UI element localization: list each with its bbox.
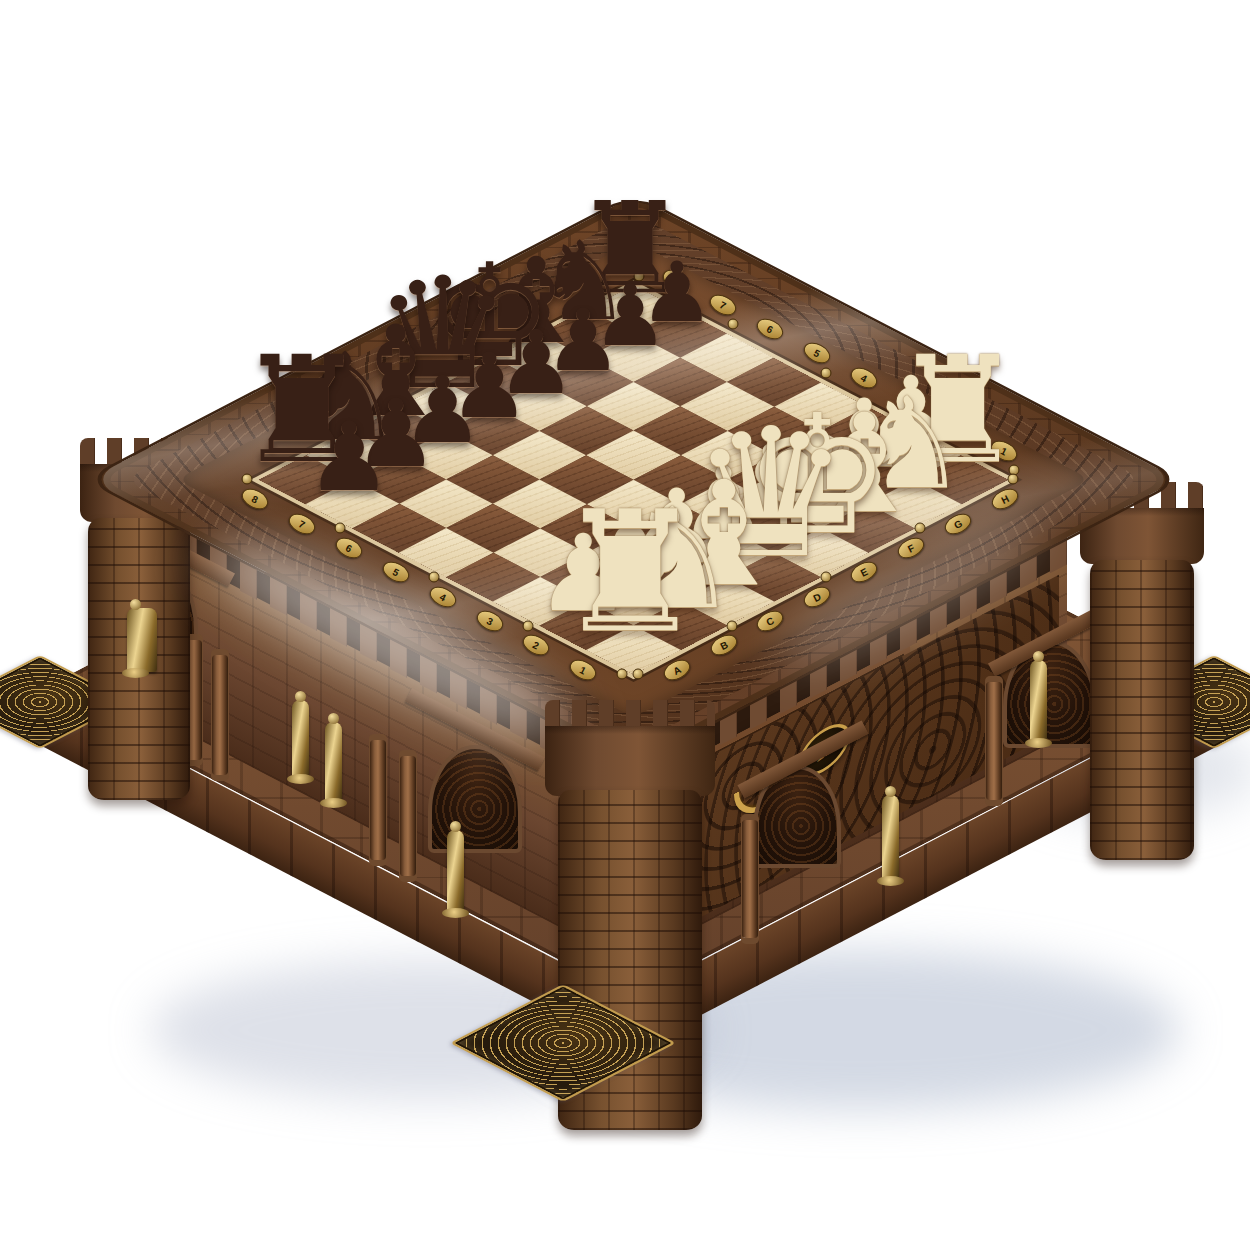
column [400, 756, 416, 876]
column [212, 655, 228, 775]
column [742, 820, 758, 938]
tower-battlement [545, 700, 715, 796]
knight-figurine [447, 830, 464, 912]
column [370, 740, 386, 860]
column [986, 682, 1002, 800]
knight-figurine [127, 608, 157, 672]
white-rook-a1[interactable]: ♜ [555, 489, 705, 656]
black-pawn-a7[interactable]: ♟ [306, 409, 392, 505]
tower-shaft [1090, 560, 1194, 860]
corner-tower-right [1080, 482, 1204, 882]
knight-figurine [882, 795, 899, 880]
knight-figurine [1030, 660, 1047, 742]
product-photo-scene: H ABCDEFGH1234 [0, 0, 1250, 1250]
knight-figurine [325, 722, 342, 802]
knight-figurine [292, 700, 309, 778]
